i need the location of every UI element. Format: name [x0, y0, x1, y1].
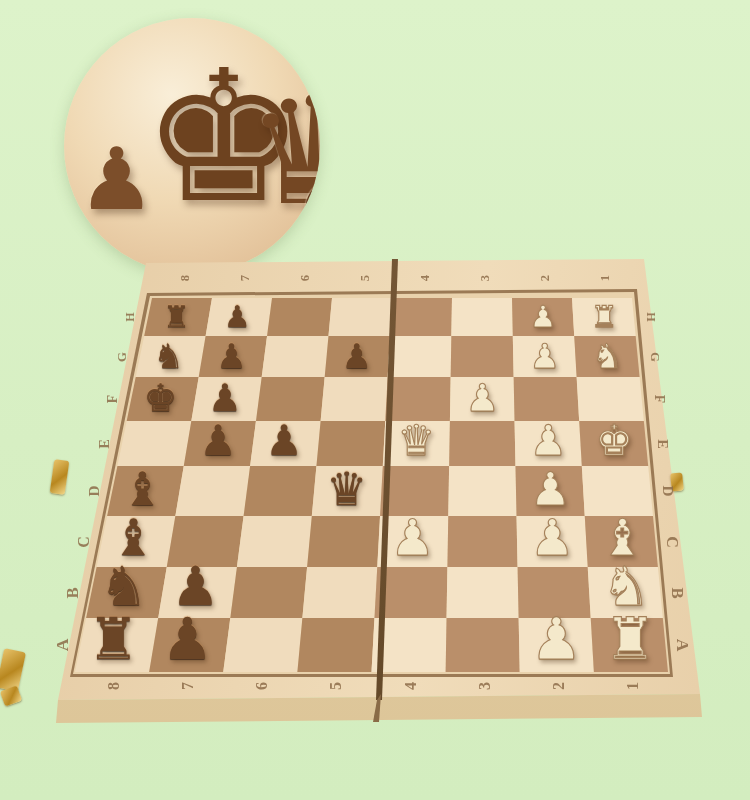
- file-label-left-F: F: [106, 395, 120, 403]
- file-label-left-E: E: [97, 439, 111, 449]
- piece-white-pawn-f3[interactable]: ♟: [444, 379, 520, 417]
- side-clasp-left: [50, 459, 70, 495]
- rank-label-bottom-5: 5: [328, 682, 344, 690]
- rank-label-top-1: 1: [599, 275, 612, 281]
- rank-label-bottom-4: 4: [403, 682, 419, 690]
- piece-black-pawn-h7[interactable]: ♟: [208, 302, 268, 332]
- piece-white-pawn-d2[interactable]: ♟: [504, 466, 596, 512]
- inset-pawn-edge-icon: ♟: [292, 136, 320, 228]
- rank-label-top-3: 3: [479, 275, 492, 281]
- rank-label-bottom-7: 7: [180, 682, 196, 690]
- rank-label-bottom-2: 2: [551, 682, 567, 690]
- box-latch-left: [0, 648, 26, 692]
- piece-black-pawn-e6[interactable]: ♟: [242, 420, 326, 462]
- piece-black-knight-g8[interactable]: ♞: [135, 339, 203, 373]
- rank-label-bottom-1: 1: [625, 682, 641, 690]
- rank-label-top-2: 2: [539, 275, 552, 281]
- piece-white-knight-g1[interactable]: ♞: [573, 339, 641, 373]
- file-label-right-D: D: [660, 486, 675, 497]
- piece-white-king-e1[interactable]: ♚: [572, 420, 656, 462]
- rank-label-top-7: 7: [239, 275, 252, 281]
- piece-white-queen-e4[interactable]: ♛: [374, 420, 458, 462]
- rank-label-bottom-8: 8: [106, 682, 122, 690]
- file-label-right-F: F: [652, 395, 666, 403]
- product-photo: ♟♚♛♟ 8765432187654321HGFEDCBAHGFEDCBA♜♞♝…: [0, 0, 750, 800]
- file-label-left-G: G: [116, 352, 129, 362]
- piece-black-pawn-g7[interactable]: ♟: [197, 339, 265, 373]
- piece-black-pawn-g5[interactable]: ♟: [323, 339, 391, 373]
- piece-black-bishop-d8[interactable]: ♝: [97, 466, 189, 512]
- piece-white-pawn-g2[interactable]: ♟: [511, 339, 579, 373]
- rank-label-top-6: 6: [299, 275, 312, 281]
- rank-label-top-5: 5: [359, 275, 372, 281]
- file-label-left-H: H: [124, 312, 136, 321]
- piece-black-pawn-f7[interactable]: ♟: [187, 379, 263, 417]
- piece-white-rook-h1[interactable]: ♜: [574, 302, 634, 332]
- file-label-right-E: E: [656, 439, 670, 449]
- rank-label-top-8: 8: [179, 275, 192, 281]
- piece-black-pawn-a7[interactable]: ♟: [129, 610, 245, 668]
- piece-black-rook-h8[interactable]: ♜: [146, 302, 206, 332]
- closeup-inset-photo: ♟♚♛♟: [64, 18, 320, 274]
- piece-black-queen-d5[interactable]: ♛: [301, 466, 393, 512]
- piece-white-pawn-c4[interactable]: ♟: [363, 513, 463, 563]
- rank-label-bottom-3: 3: [477, 682, 493, 690]
- piece-white-rook-a1[interactable]: ♜: [572, 610, 688, 668]
- piece-white-pawn-h2[interactable]: ♟: [513, 302, 573, 332]
- file-label-right-G: G: [648, 352, 661, 362]
- rank-label-top-4: 4: [419, 275, 432, 281]
- file-label-right-H: H: [645, 312, 657, 321]
- rank-label-bottom-6: 6: [254, 682, 270, 690]
